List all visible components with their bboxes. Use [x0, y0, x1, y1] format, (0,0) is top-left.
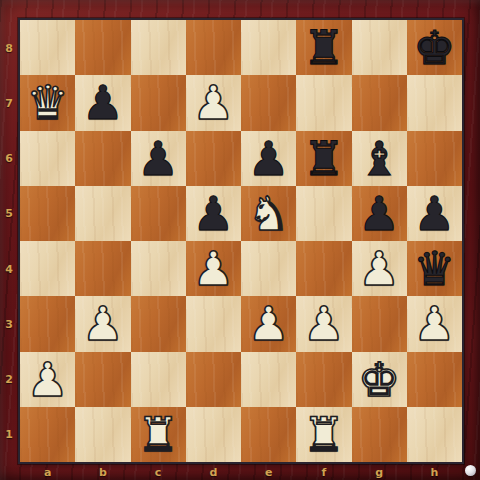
square-g3[interactable]	[352, 296, 407, 351]
square-c7[interactable]	[131, 75, 186, 130]
file-label-g: g	[375, 466, 383, 479]
square-c2[interactable]	[131, 352, 186, 407]
rank-label-2: 2	[5, 373, 13, 386]
square-f1[interactable]: ♜	[296, 407, 351, 462]
white-queen-a7[interactable]: ♛	[27, 75, 69, 130]
square-g4[interactable]: ♟	[352, 241, 407, 296]
rank-label-7: 7	[5, 96, 13, 109]
black-rook-f8[interactable]: ♜	[303, 20, 345, 75]
file-label-a: a	[44, 466, 51, 479]
white-pawn-b3[interactable]: ♟	[82, 296, 124, 351]
square-e8[interactable]	[241, 20, 296, 75]
rank-label-1: 1	[5, 428, 13, 441]
square-c4[interactable]	[131, 241, 186, 296]
white-knight-e5[interactable]: ♞	[248, 186, 290, 241]
square-a2[interactable]: ♟	[20, 352, 75, 407]
white-pawn-a2[interactable]: ♟	[27, 352, 69, 407]
square-e7[interactable]	[241, 75, 296, 130]
square-d4[interactable]: ♟	[186, 241, 241, 296]
square-e1[interactable]	[241, 407, 296, 462]
square-a3[interactable]	[20, 296, 75, 351]
square-e4[interactable]	[241, 241, 296, 296]
square-e3[interactable]: ♟	[241, 296, 296, 351]
square-h2[interactable]	[407, 352, 462, 407]
black-pawn-e6[interactable]: ♟	[248, 131, 290, 186]
rank-label-6: 6	[5, 152, 13, 165]
black-rook-f6[interactable]: ♜	[303, 131, 345, 186]
white-pawn-f3[interactable]: ♟	[303, 296, 345, 351]
rank-label-4: 4	[5, 262, 13, 275]
square-e5[interactable]: ♞	[241, 186, 296, 241]
chess-board: ♜♚♛♟♟♟♟♜♝♟♞♟♟♟♟♛♟♟♟♟♟♚♜♜	[20, 20, 462, 462]
square-b7[interactable]: ♟	[75, 75, 130, 130]
file-label-f: f	[321, 466, 326, 479]
square-a6[interactable]	[20, 131, 75, 186]
file-label-b: b	[99, 466, 107, 479]
chess-board-widget: ♜♚♛♟♟♟♟♜♝♟♞♟♟♟♟♛♟♟♟♟♟♚♜♜ 87654321abcdefg…	[0, 0, 480, 480]
white-to-move-indicator	[465, 465, 476, 476]
square-e2[interactable]	[241, 352, 296, 407]
square-c5[interactable]	[131, 186, 186, 241]
file-label-c: c	[155, 466, 162, 479]
square-b2[interactable]	[75, 352, 130, 407]
square-a8[interactable]	[20, 20, 75, 75]
white-pawn-g4[interactable]: ♟	[358, 241, 400, 296]
file-label-d: d	[209, 466, 217, 479]
square-b1[interactable]	[75, 407, 130, 462]
black-king-h8[interactable]: ♚	[413, 20, 455, 75]
square-g1[interactable]	[352, 407, 407, 462]
file-label-e: e	[265, 466, 272, 479]
square-c6[interactable]: ♟	[131, 131, 186, 186]
square-g7[interactable]	[352, 75, 407, 130]
square-f8[interactable]: ♜	[296, 20, 351, 75]
square-d5[interactable]: ♟	[186, 186, 241, 241]
white-pawn-e3[interactable]: ♟	[248, 296, 290, 351]
square-a4[interactable]	[20, 241, 75, 296]
square-b6[interactable]	[75, 131, 130, 186]
square-f5[interactable]	[296, 186, 351, 241]
square-b3[interactable]: ♟	[75, 296, 130, 351]
rank-label-3: 3	[5, 317, 13, 330]
white-rook-f1[interactable]: ♜	[303, 407, 345, 462]
square-g2[interactable]: ♚	[352, 352, 407, 407]
square-f7[interactable]	[296, 75, 351, 130]
black-queen-h4[interactable]: ♛	[413, 241, 455, 296]
square-d3[interactable]	[186, 296, 241, 351]
square-c3[interactable]	[131, 296, 186, 351]
square-g8[interactable]	[352, 20, 407, 75]
square-f2[interactable]	[296, 352, 351, 407]
square-c8[interactable]	[131, 20, 186, 75]
square-f4[interactable]	[296, 241, 351, 296]
rank-label-5: 5	[5, 207, 13, 220]
black-pawn-d5[interactable]: ♟	[192, 186, 234, 241]
square-a7[interactable]: ♛	[20, 75, 75, 130]
white-rook-c1[interactable]: ♜	[137, 407, 179, 462]
board-frame: ♜♚♛♟♟♟♟♜♝♟♞♟♟♟♟♛♟♟♟♟♟♚♜♜	[18, 18, 464, 464]
white-pawn-d7[interactable]: ♟	[192, 75, 234, 130]
black-pawn-c6[interactable]: ♟	[137, 131, 179, 186]
square-d6[interactable]	[186, 131, 241, 186]
square-h8[interactable]: ♚	[407, 20, 462, 75]
square-b4[interactable]	[75, 241, 130, 296]
rank-label-8: 8	[5, 41, 13, 54]
black-pawn-b7[interactable]: ♟	[82, 75, 124, 130]
square-h5[interactable]: ♟	[407, 186, 462, 241]
square-b8[interactable]	[75, 20, 130, 75]
square-g5[interactable]: ♟	[352, 186, 407, 241]
square-g6[interactable]: ♝	[352, 131, 407, 186]
file-label-h: h	[430, 466, 438, 479]
square-h4[interactable]: ♛	[407, 241, 462, 296]
white-king-g2[interactable]: ♚	[358, 352, 400, 407]
black-pawn-g5[interactable]: ♟	[358, 186, 400, 241]
square-h6[interactable]	[407, 131, 462, 186]
white-pawn-d4[interactable]: ♟	[192, 241, 234, 296]
black-bishop-g6[interactable]: ♝	[358, 131, 400, 186]
square-d2[interactable]	[186, 352, 241, 407]
square-h7[interactable]	[407, 75, 462, 130]
square-d1[interactable]	[186, 407, 241, 462]
square-h1[interactable]	[407, 407, 462, 462]
square-d8[interactable]	[186, 20, 241, 75]
square-h3[interactable]: ♟	[407, 296, 462, 351]
square-e6[interactable]: ♟	[241, 131, 296, 186]
white-pawn-h3[interactable]: ♟	[413, 296, 455, 351]
square-b5[interactable]	[75, 186, 130, 241]
black-pawn-h5[interactable]: ♟	[413, 186, 455, 241]
square-c1[interactable]: ♜	[131, 407, 186, 462]
square-f6[interactable]: ♜	[296, 131, 351, 186]
square-a5[interactable]	[20, 186, 75, 241]
square-a1[interactable]	[20, 407, 75, 462]
square-f3[interactable]: ♟	[296, 296, 351, 351]
square-d7[interactable]: ♟	[186, 75, 241, 130]
